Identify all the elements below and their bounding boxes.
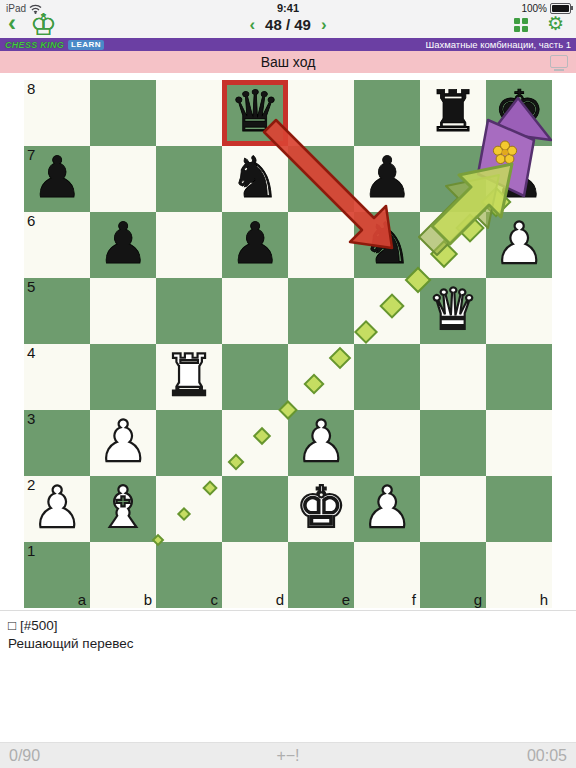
gear-icon[interactable]: ⚙ [547, 12, 564, 34]
puzzle-list-icon[interactable] [514, 18, 528, 32]
square-d5[interactable] [222, 278, 288, 344]
file-label-c: c [211, 591, 219, 608]
square-a2[interactable]: 2♟ [24, 476, 90, 542]
piece-black-p-b6[interactable]: ♟ [90, 212, 156, 278]
square-f3[interactable] [354, 410, 420, 476]
square-e1[interactable]: e [288, 542, 354, 608]
square-b3[interactable]: ♟ [90, 410, 156, 476]
file-label-b: b [144, 591, 152, 608]
square-h2[interactable] [486, 476, 552, 542]
piece-black-p-d6[interactable]: ♟ [222, 212, 288, 278]
bottom-bar: 0/90 +−! 00:05 [0, 742, 576, 768]
nav-bar: ‹ ♔ ‹ 48 / 49 › ⚙ [0, 15, 576, 38]
square-g2[interactable] [420, 476, 486, 542]
square-e2[interactable]: ♚ [288, 476, 354, 542]
piece-white-p-e3[interactable]: ♟ [288, 410, 354, 476]
file-label-d: d [276, 591, 284, 608]
square-b4[interactable] [90, 344, 156, 410]
square-g1[interactable]: g [420, 542, 486, 608]
piece-black-n-d7[interactable]: ♞ [222, 146, 288, 212]
square-b1[interactable]: b [90, 542, 156, 608]
file-label-e: e [342, 591, 350, 608]
puzzle-counter: 48 / 49 [265, 15, 311, 35]
learn-badge: LEARN [68, 40, 104, 50]
rank-label-8: 8 [27, 80, 35, 97]
square-b8[interactable] [90, 80, 156, 146]
square-c1[interactable]: c [156, 542, 222, 608]
square-c6[interactable] [156, 212, 222, 278]
square-b7[interactable] [90, 146, 156, 212]
rank-label-6: 6 [27, 212, 35, 229]
course-title: Шахматные комбинации, часть 1 [426, 39, 571, 50]
hint-symbols[interactable]: +−! [0, 747, 576, 765]
square-c3[interactable] [156, 410, 222, 476]
square-a1[interactable]: 1a [24, 542, 90, 608]
square-b5[interactable] [90, 278, 156, 344]
square-b2[interactable]: ♝ [90, 476, 156, 542]
puzzle-evaluation: Решающий перевес [8, 635, 576, 653]
square-e5[interactable] [288, 278, 354, 344]
piece-white-p-f2[interactable]: ♟ [354, 476, 420, 542]
square-e4[interactable] [288, 344, 354, 410]
move-marker: □ [8, 618, 16, 633]
piece-white-p-b3[interactable]: ♟ [90, 410, 156, 476]
square-e3[interactable]: ♟ [288, 410, 354, 476]
square-h7[interactable]: ♟ [486, 146, 552, 212]
square-c5[interactable] [156, 278, 222, 344]
turn-banner: Ваш ход [0, 51, 576, 73]
square-d3[interactable] [222, 410, 288, 476]
square-f7[interactable]: ♟ [354, 146, 420, 212]
square-c4[interactable]: ♜ [156, 344, 222, 410]
square-f1[interactable]: f [354, 542, 420, 608]
square-d7[interactable]: ♞ [222, 146, 288, 212]
rank-label-1: 1 [27, 542, 35, 559]
piece-black-q-d8[interactable]: ♛ [222, 80, 288, 146]
square-g3[interactable] [420, 410, 486, 476]
piece-white-k-e2[interactable]: ♚ [288, 476, 354, 542]
square-a7[interactable]: 7♟ [24, 146, 90, 212]
monitor-icon[interactable] [550, 55, 568, 68]
rank-label-3: 3 [27, 410, 35, 427]
file-label-h: h [540, 591, 548, 608]
piece-black-k-h8[interactable]: ♚ [486, 80, 552, 146]
square-d8[interactable]: ♛ [222, 80, 288, 146]
file-label-a: a [78, 591, 86, 608]
chess-board[interactable]: 8♛♜♚7♟♞♟♟6♟♟♞♟5♛4♜3♟♟2♟♝♚♟1abcdefgh [24, 80, 552, 608]
square-d1[interactable]: d [222, 542, 288, 608]
square-h4[interactable] [486, 344, 552, 410]
piece-white-q-g5[interactable]: ♛ [420, 278, 486, 344]
next-puzzle-button[interactable]: › [321, 15, 327, 35]
square-f6[interactable]: ♞ [354, 212, 420, 278]
rank-label-2: 2 [27, 476, 35, 493]
square-g5[interactable]: ♛ [420, 278, 486, 344]
square-e8[interactable] [288, 80, 354, 146]
square-g6[interactable] [420, 212, 486, 278]
square-g4[interactable] [420, 344, 486, 410]
square-h8[interactable]: ♚ [486, 80, 552, 146]
square-g8[interactable]: ♜ [420, 80, 486, 146]
status-bar: iPad 9:41 100% [0, 0, 576, 15]
board-zone: 8♛♜♚7♟♞♟♟6♟♟♞♟5♛4♜3♟♟2♟♝♚♟1abcdefgh [0, 73, 576, 608]
square-d2[interactable] [222, 476, 288, 542]
square-f5[interactable] [354, 278, 420, 344]
square-a8[interactable]: 8 [24, 80, 90, 146]
square-c8[interactable] [156, 80, 222, 146]
square-e7[interactable] [288, 146, 354, 212]
brand-bar: CHESS KING LEARN Шахматные комбинации, ч… [0, 38, 576, 51]
square-h6[interactable]: ♟ [486, 212, 552, 278]
square-a3[interactable]: 3 [24, 410, 90, 476]
square-d6[interactable]: ♟ [222, 212, 288, 278]
rank-label-4: 4 [27, 344, 35, 361]
square-a4[interactable]: 4 [24, 344, 90, 410]
file-label-g: g [474, 591, 482, 608]
square-f8[interactable] [354, 80, 420, 146]
top-header: iPad 9:41 100% ‹ ♔ ‹ 48 / 49 › ⚙ [0, 0, 576, 38]
puzzle-number: [#500] [20, 618, 58, 633]
square-f2[interactable]: ♟ [354, 476, 420, 542]
piece-black-r-g8[interactable]: ♜ [420, 80, 486, 146]
square-c7[interactable] [156, 146, 222, 212]
square-f4[interactable] [354, 344, 420, 410]
turn-banner-text: Ваш ход [261, 54, 316, 70]
square-c2[interactable] [156, 476, 222, 542]
piece-black-p-f7[interactable]: ♟ [354, 146, 420, 212]
square-h1[interactable]: h [486, 542, 552, 608]
piece-black-n-f6[interactable]: ♞ [354, 212, 420, 278]
square-a5[interactable]: 5 [24, 278, 90, 344]
square-h5[interactable] [486, 278, 552, 344]
battery-percent: 100% [521, 3, 547, 14]
clock: 9:41 [0, 2, 576, 14]
puzzle-info: □ [#500] Решающий перевес [0, 611, 576, 653]
piece-white-b-b2[interactable]: ♝ [90, 476, 156, 542]
prev-puzzle-button[interactable]: ‹ [249, 15, 255, 35]
rank-label-5: 5 [27, 278, 35, 295]
piece-white-r-c4[interactable]: ♜ [156, 344, 222, 410]
rank-label-7: 7 [27, 146, 35, 163]
square-d4[interactable] [222, 344, 288, 410]
board-wrap: 8♛♜♚7♟♞♟♟6♟♟♞♟5♛4♜3♟♟2♟♝♚♟1abcdefgh [24, 80, 552, 608]
square-b6[interactable]: ♟ [90, 212, 156, 278]
square-h3[interactable] [486, 410, 552, 476]
square-g7[interactable] [420, 146, 486, 212]
piece-white-p-h6[interactable]: ♟ [486, 212, 552, 278]
square-a6[interactable]: 6 [24, 212, 90, 278]
piece-black-p-h7[interactable]: ♟ [486, 146, 552, 212]
square-e6[interactable] [288, 212, 354, 278]
file-label-f: f [412, 591, 416, 608]
